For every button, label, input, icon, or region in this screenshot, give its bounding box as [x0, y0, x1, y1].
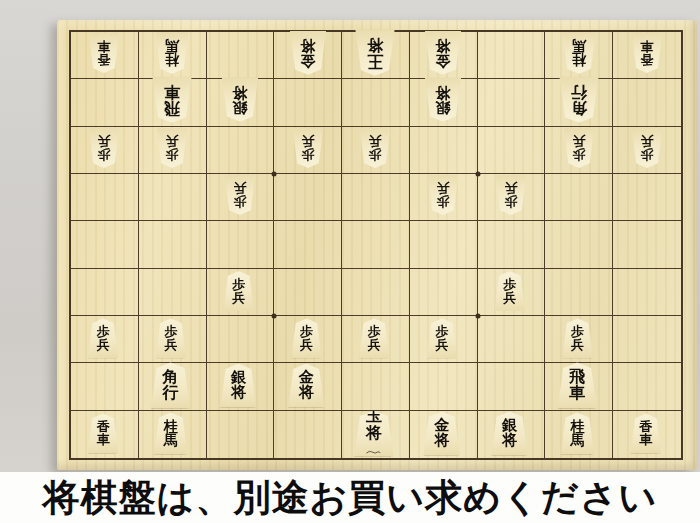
cell-r3c7	[478, 127, 546, 174]
cell-r7c4: 歩兵	[274, 316, 342, 363]
cell-r9c2: 桂馬	[139, 411, 207, 458]
cell-r3c2: 歩兵	[139, 127, 207, 174]
cell-r8c9	[613, 363, 681, 410]
cell-r2c6: 銀将	[410, 79, 478, 126]
cell-r1c1: 香車	[71, 32, 139, 79]
cell-r6c3: 歩兵	[207, 269, 275, 316]
cell-r6c9	[613, 269, 681, 316]
cell-r4c7: 歩兵	[478, 174, 546, 221]
cell-r1c9: 香車	[613, 32, 681, 79]
cell-r2c1	[71, 79, 139, 126]
cell-r5c7	[478, 221, 546, 268]
cell-r2c2: 飛車	[139, 79, 207, 126]
piece-歩兵-gote[interactable]: 歩兵	[157, 128, 188, 168]
piece-銀将-sente[interactable]: 銀将	[220, 364, 257, 408]
cell-r8c1	[71, 363, 139, 410]
cell-r5c6	[410, 221, 478, 268]
piece-香車-sente[interactable]: 香車	[630, 414, 661, 454]
piece-飛車-sente[interactable]: 飛車	[557, 363, 597, 409]
piece-王将-gote[interactable]: 王将	[355, 30, 395, 76]
cell-r2c5	[342, 79, 410, 126]
cell-r4c8	[545, 174, 613, 221]
cell-r9c7: 銀将	[478, 411, 546, 458]
cell-r6c6	[410, 269, 478, 316]
cell-r3c8: 歩兵	[545, 127, 613, 174]
cell-r4c3: 歩兵	[207, 174, 275, 221]
cell-r1c8: 桂馬	[545, 32, 613, 79]
piece-桂馬-gote[interactable]: 桂馬	[562, 32, 596, 74]
cell-r6c4	[274, 269, 342, 316]
cell-r7c1: 歩兵	[71, 316, 139, 363]
cell-r4c9	[613, 174, 681, 221]
caption-strip: 将棋盤は、別途お買い求めください	[0, 472, 700, 523]
cell-r5c8	[545, 221, 613, 268]
cell-r1c7	[478, 32, 546, 79]
piece-歩兵-gote[interactable]: 歩兵	[632, 128, 663, 168]
piece-金将-gote[interactable]: 金将	[425, 31, 462, 75]
piece-歩兵-sente[interactable]: 歩兵	[359, 318, 390, 358]
cell-r5c1	[71, 221, 139, 268]
piece-歩兵-gote[interactable]: 歩兵	[428, 175, 459, 215]
cell-r7c7	[478, 316, 546, 363]
piece-銀将-gote[interactable]: 銀将	[221, 78, 258, 122]
piece-歩兵-sente[interactable]: 歩兵	[427, 318, 458, 358]
cell-r4c2	[139, 174, 207, 221]
cell-r2c7	[478, 79, 546, 126]
cell-r8c3: 銀将	[207, 363, 275, 410]
cell-r1c6: 金将	[410, 32, 478, 79]
piece-歩兵-sente[interactable]: 歩兵	[155, 318, 186, 358]
piece-香車-gote[interactable]: 香車	[632, 33, 663, 73]
piece-金将-sente[interactable]: 金将	[423, 411, 460, 455]
piece-銀将-sente[interactable]: 銀将	[491, 411, 528, 455]
piece-金将-gote[interactable]: 金将	[289, 31, 326, 75]
cell-r2c9	[613, 79, 681, 126]
caption-text: 将棋盤は、別途お買い求めください	[43, 473, 658, 523]
cell-r5c3	[207, 221, 275, 268]
piece-歩兵-sente[interactable]: 歩兵	[291, 318, 322, 358]
piece-香車-gote[interactable]: 香車	[89, 33, 120, 73]
cell-r1c5: 王将	[342, 32, 410, 79]
cell-r5c2	[139, 221, 207, 268]
cell-r2c4	[274, 79, 342, 126]
cell-r6c7: 歩兵	[478, 269, 546, 316]
cell-r9c5: 玉将	[342, 411, 410, 458]
piece-桂馬-sente[interactable]: 桂馬	[560, 412, 594, 454]
cell-r6c5	[342, 269, 410, 316]
cell-r9c4	[274, 411, 342, 458]
cell-r6c1	[71, 269, 139, 316]
cell-r3c5: 歩兵	[342, 127, 410, 174]
piece-歩兵-sente[interactable]: 歩兵	[494, 271, 525, 311]
cell-r4c4	[274, 174, 342, 221]
cell-r7c6: 歩兵	[410, 316, 478, 363]
piece-金将-sente[interactable]: 金将	[288, 364, 325, 408]
piece-角行-sente[interactable]: 角行	[151, 363, 191, 409]
shogi-board: 香車桂馬金将王将金将桂馬香車飛車銀将銀将角行歩兵歩兵歩兵歩兵歩兵歩兵歩兵歩兵歩兵…	[57, 20, 697, 470]
cell-r9c1: 香車	[71, 411, 139, 458]
piece-歩兵-gote[interactable]: 歩兵	[563, 128, 594, 168]
board-grid: 香車桂馬金将王将金将桂馬香車飛車銀将銀将角行歩兵歩兵歩兵歩兵歩兵歩兵歩兵歩兵歩兵…	[69, 30, 683, 460]
cell-r6c8	[545, 269, 613, 316]
piece-歩兵-sente[interactable]: 歩兵	[562, 318, 593, 358]
cell-r7c5: 歩兵	[342, 316, 410, 363]
piece-歩兵-sente[interactable]: 歩兵	[223, 271, 254, 311]
cell-r9c8: 桂馬	[545, 411, 613, 458]
cell-r7c3	[207, 316, 275, 363]
cell-r6c2	[139, 269, 207, 316]
cell-r3c4: 歩兵	[274, 127, 342, 174]
piece-角行-gote[interactable]: 角行	[559, 77, 599, 123]
maker-signature	[366, 442, 382, 458]
cell-r5c5	[342, 221, 410, 268]
piece-歩兵-gote[interactable]: 歩兵	[89, 128, 120, 168]
cell-r7c9	[613, 316, 681, 363]
cell-r3c9: 歩兵	[613, 127, 681, 174]
photo-background: 香車桂馬金将王将金将桂馬香車飛車銀将銀将角行歩兵歩兵歩兵歩兵歩兵歩兵歩兵歩兵歩兵…	[0, 0, 700, 472]
cell-r1c4: 金将	[274, 32, 342, 79]
cell-r9c9: 香車	[613, 411, 681, 458]
cell-r8c8: 飛車	[545, 363, 613, 410]
cell-r8c4: 金将	[274, 363, 342, 410]
piece-桂馬-sente[interactable]: 桂馬	[154, 412, 188, 454]
cell-r8c5	[342, 363, 410, 410]
cell-r3c6	[410, 127, 478, 174]
cell-r2c3: 銀将	[207, 79, 275, 126]
cell-r7c8: 歩兵	[545, 316, 613, 363]
piece-桂馬-gote[interactable]: 桂馬	[155, 32, 189, 74]
piece-歩兵-gote[interactable]: 歩兵	[496, 175, 527, 215]
piece-歩兵-gote[interactable]: 歩兵	[224, 175, 255, 215]
cell-r8c2: 角行	[139, 363, 207, 410]
cell-r5c4	[274, 221, 342, 268]
cell-r3c3	[207, 127, 275, 174]
cell-r1c2: 桂馬	[139, 32, 207, 79]
cell-r4c1	[71, 174, 139, 221]
cell-r9c6: 金将	[410, 411, 478, 458]
cell-r8c6	[410, 363, 478, 410]
piece-歩兵-gote[interactable]: 歩兵	[292, 128, 323, 168]
cell-r2c8: 角行	[545, 79, 613, 126]
piece-香車-sente[interactable]: 香車	[88, 414, 119, 454]
cell-r4c6: 歩兵	[410, 174, 478, 221]
piece-歩兵-gote[interactable]: 歩兵	[360, 128, 391, 168]
cell-r3c1: 歩兵	[71, 127, 139, 174]
cell-r1c3	[207, 32, 275, 79]
cell-r8c7	[478, 363, 546, 410]
cell-r4c5	[342, 174, 410, 221]
cell-r9c3	[207, 411, 275, 458]
piece-銀将-gote[interactable]: 銀将	[425, 78, 462, 122]
piece-歩兵-sente[interactable]: 歩兵	[88, 318, 119, 358]
cell-r5c9	[613, 221, 681, 268]
piece-飛車-gote[interactable]: 飛車	[152, 77, 192, 123]
piece-玉将-sente[interactable]: 玉将	[354, 410, 394, 456]
cell-r7c2: 歩兵	[139, 316, 207, 363]
